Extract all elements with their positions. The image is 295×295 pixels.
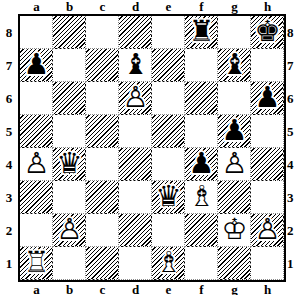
square-d3[interactable]	[119, 181, 152, 214]
piece-white-bishop[interactable]: ♝♗	[152, 247, 184, 280]
square-e8[interactable]	[152, 16, 185, 49]
rank-label-8: 8	[287, 16, 295, 49]
file-label-c: c	[86, 0, 119, 13]
rank-label-3: 3	[287, 181, 295, 214]
square-b6[interactable]	[53, 82, 86, 115]
rank-label-5: 5	[287, 115, 295, 148]
square-a2[interactable]	[20, 214, 53, 247]
piece-white-bishop[interactable]: ♝♗	[185, 181, 217, 214]
piece-black-queen[interactable]: ♛♛	[152, 181, 184, 214]
square-a4[interactable]: ♟♙	[20, 148, 53, 181]
square-f6[interactable]	[185, 82, 218, 115]
square-a5[interactable]	[20, 115, 53, 148]
piece-black-pawn[interactable]: ♟♟	[20, 49, 52, 82]
square-c2[interactable]	[86, 214, 119, 247]
square-d4[interactable]	[119, 148, 152, 181]
black-pawn-glyph: ♟	[20, 48, 53, 81]
rank-labels-left: 87654321	[1, 16, 17, 280]
piece-white-pawn[interactable]: ♟♙	[119, 82, 151, 115]
square-g3[interactable]	[218, 181, 251, 214]
rank-label-2: 2	[287, 214, 295, 247]
file-label-a: a	[20, 0, 53, 13]
square-f3[interactable]: ♝♗	[185, 181, 218, 214]
square-h6[interactable]: ♟♟	[251, 82, 284, 115]
square-b2[interactable]: ♟♙	[53, 214, 86, 247]
square-c6[interactable]	[86, 82, 119, 115]
rank-label-1: 1	[1, 247, 17, 280]
square-f1[interactable]	[185, 247, 218, 280]
square-c7[interactable]	[86, 49, 119, 82]
piece-white-king[interactable]: ♚♔	[218, 214, 250, 247]
square-g6[interactable]	[218, 82, 251, 115]
piece-black-rook[interactable]: ♜♜	[185, 16, 217, 49]
piece-black-bishop[interactable]: ♝♝	[218, 49, 250, 82]
square-a8[interactable]	[20, 16, 53, 49]
white-pawn-glyph: ♙	[20, 147, 53, 180]
rank-label-2: 2	[1, 214, 17, 247]
square-e7[interactable]	[152, 49, 185, 82]
square-d5[interactable]	[119, 115, 152, 148]
black-queen-glyph: ♛	[53, 147, 86, 180]
white-pawn-glyph: ♙	[119, 81, 152, 114]
square-c8[interactable]	[86, 16, 119, 49]
square-a6[interactable]	[20, 82, 53, 115]
rank-label-7: 7	[1, 49, 17, 82]
rank-label-1: 1	[287, 247, 295, 280]
piece-black-pawn[interactable]: ♟♟	[218, 115, 250, 148]
piece-black-bishop[interactable]: ♝♝	[119, 49, 151, 82]
square-d2[interactable]	[119, 214, 152, 247]
square-b5[interactable]	[53, 115, 86, 148]
square-e6[interactable]	[152, 82, 185, 115]
black-pawn-glyph: ♟	[185, 147, 218, 180]
file-label-g: g	[218, 0, 251, 13]
square-g1[interactable]	[218, 247, 251, 280]
file-label-c: c	[86, 283, 119, 295]
rank-label-4: 4	[287, 148, 295, 181]
square-b3[interactable]	[53, 181, 86, 214]
white-pawn-glyph: ♙	[251, 213, 284, 246]
piece-black-pawn[interactable]: ♟♟	[185, 148, 217, 181]
square-h5[interactable]	[251, 115, 284, 148]
square-g5[interactable]: ♟♟	[218, 115, 251, 148]
rank-label-7: 7	[287, 49, 295, 82]
square-c4[interactable]	[86, 148, 119, 181]
file-labels-top: abcdefgh	[20, 0, 284, 13]
file-label-h: h	[251, 283, 284, 295]
square-c3[interactable]	[86, 181, 119, 214]
square-h4[interactable]	[251, 148, 284, 181]
square-g8[interactable]	[218, 16, 251, 49]
square-a1[interactable]: ♜♖	[20, 247, 53, 280]
file-label-a: a	[20, 283, 53, 295]
piece-white-pawn[interactable]: ♟♙	[218, 148, 250, 181]
square-d8[interactable]	[119, 16, 152, 49]
file-label-g: g	[218, 283, 251, 295]
black-bishop-glyph: ♝	[119, 48, 152, 81]
square-b8[interactable]	[53, 16, 86, 49]
rank-label-6: 6	[1, 82, 17, 115]
rank-label-8: 8	[1, 16, 17, 49]
square-d7[interactable]: ♝♝	[119, 49, 152, 82]
square-c1[interactable]	[86, 247, 119, 280]
square-h7[interactable]	[251, 49, 284, 82]
square-g4[interactable]: ♟♙	[218, 148, 251, 181]
piece-black-king[interactable]: ♚♚	[251, 16, 283, 49]
square-h2[interactable]: ♟♙	[251, 214, 284, 247]
square-a3[interactable]	[20, 181, 53, 214]
piece-black-pawn[interactable]: ♟♟	[251, 82, 283, 115]
file-label-h: h	[251, 0, 284, 13]
piece-black-queen[interactable]: ♛♛	[53, 148, 85, 181]
file-label-d: d	[119, 283, 152, 295]
square-b1[interactable]	[53, 247, 86, 280]
square-b4[interactable]: ♛♛	[53, 148, 86, 181]
square-f8[interactable]: ♜♜	[185, 16, 218, 49]
black-bishop-glyph: ♝	[218, 48, 251, 81]
piece-white-pawn[interactable]: ♟♙	[20, 148, 52, 181]
file-label-d: d	[119, 0, 152, 13]
square-h8[interactable]: ♚♚	[251, 16, 284, 49]
chess-board[interactable]: ♜♜♚♚♟♟♝♝♝♝♟♙♟♟♟♟♟♙♛♛♟♟♟♙♛♛♝♗♟♙♚♔♟♙♜♖♝♗	[18, 14, 286, 282]
file-label-f: f	[185, 283, 218, 295]
square-a7[interactable]: ♟♟	[20, 49, 53, 82]
file-label-e: e	[152, 283, 185, 295]
file-label-b: b	[53, 0, 86, 13]
piece-white-rook[interactable]: ♜♖	[20, 247, 52, 280]
rank-label-6: 6	[287, 82, 295, 115]
black-pawn-glyph: ♟	[218, 114, 251, 147]
file-label-f: f	[185, 0, 218, 13]
white-rook-glyph: ♖	[20, 246, 53, 279]
white-bishop-glyph: ♗	[185, 180, 218, 213]
white-king-glyph: ♔	[218, 213, 251, 246]
square-b7[interactable]	[53, 49, 86, 82]
piece-white-pawn[interactable]: ♟♙	[251, 214, 283, 247]
square-e1[interactable]: ♝♗	[152, 247, 185, 280]
rank-label-5: 5	[1, 115, 17, 148]
file-labels-bottom: abcdefgh	[20, 283, 284, 295]
square-c5[interactable]	[86, 115, 119, 148]
square-d1[interactable]	[119, 247, 152, 280]
square-f5[interactable]	[185, 115, 218, 148]
black-queen-glyph: ♛	[152, 180, 185, 213]
square-h3[interactable]	[251, 181, 284, 214]
square-g2[interactable]: ♚♔	[218, 214, 251, 247]
black-king-glyph: ♚	[251, 15, 284, 48]
square-e2[interactable]	[152, 214, 185, 247]
black-rook-glyph: ♜	[185, 15, 218, 48]
square-e4[interactable]	[152, 148, 185, 181]
square-d6[interactable]: ♟♙	[119, 82, 152, 115]
rank-label-3: 3	[1, 181, 17, 214]
rank-labels-right: 87654321	[287, 16, 295, 280]
square-g7[interactable]: ♝♝	[218, 49, 251, 82]
square-e5[interactable]	[152, 115, 185, 148]
black-pawn-glyph: ♟	[251, 81, 284, 114]
rank-label-4: 4	[1, 148, 17, 181]
square-f4[interactable]: ♟♟	[185, 148, 218, 181]
square-f2[interactable]	[185, 214, 218, 247]
file-label-e: e	[152, 0, 185, 13]
square-e3[interactable]: ♛♛	[152, 181, 185, 214]
white-bishop-glyph: ♗	[152, 246, 185, 279]
square-h1[interactable]	[251, 247, 284, 280]
white-pawn-glyph: ♙	[218, 147, 251, 180]
piece-white-pawn[interactable]: ♟♙	[53, 214, 85, 247]
file-label-b: b	[53, 283, 86, 295]
square-f7[interactable]	[185, 49, 218, 82]
white-pawn-glyph: ♙	[53, 213, 86, 246]
chess-diagram: abcdefgh 87654321 ♜♜♚♚♟♟♝♝♝♝♟♙♟♟♟♟♟♙♛♛♟♟…	[0, 0, 295, 295]
